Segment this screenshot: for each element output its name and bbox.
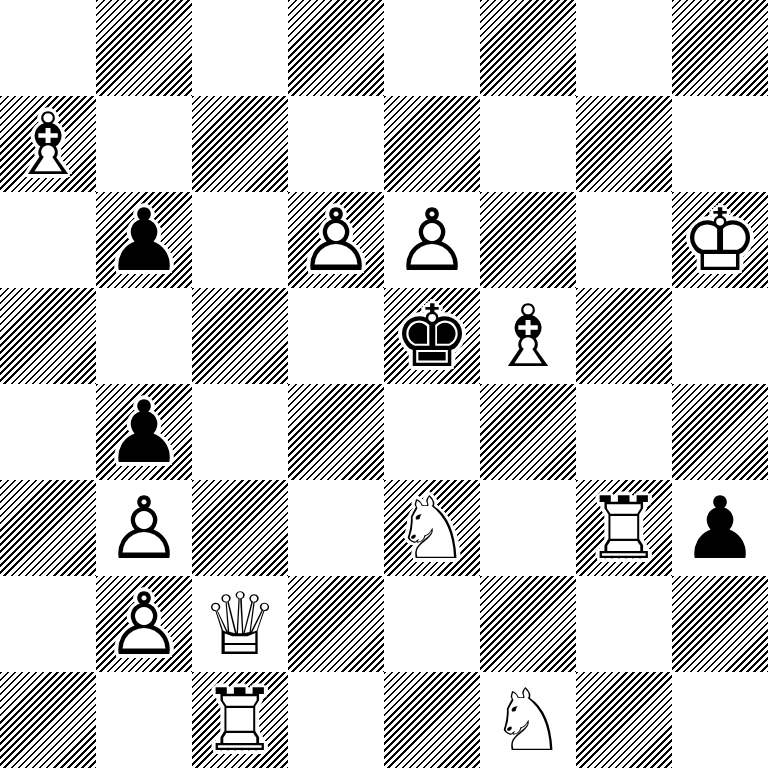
chess-board: ♝♗♟♟♟♙♟♙♚♔♚♚♝♗♟♟♟♙♞♘♜♖♟♟♟♙♛♕♜♖♞♘ <box>0 0 768 768</box>
black-pawn: ♟♟ <box>672 480 768 576</box>
piece-glyph: ♘ <box>489 677 566 763</box>
square-a3[interactable] <box>0 480 96 576</box>
piece-glyph: ♟ <box>105 197 182 283</box>
square-a5[interactable] <box>0 288 96 384</box>
square-c7[interactable] <box>192 96 288 192</box>
piece-glyph: ♙ <box>105 581 182 667</box>
square-e6[interactable]: ♟♙ <box>384 192 480 288</box>
square-d3[interactable] <box>288 480 384 576</box>
square-g6[interactable] <box>576 192 672 288</box>
square-g7[interactable] <box>576 96 672 192</box>
square-e7[interactable] <box>384 96 480 192</box>
white-pawn: ♟♙ <box>288 192 384 288</box>
square-b5[interactable] <box>96 288 192 384</box>
square-b6[interactable]: ♟♟ <box>96 192 192 288</box>
square-g3[interactable]: ♜♖ <box>576 480 672 576</box>
piece-glyph: ♕ <box>201 581 278 667</box>
piece-glyph: ♚ <box>393 293 470 379</box>
square-g1[interactable] <box>576 672 672 768</box>
square-a4[interactable] <box>0 384 96 480</box>
white-pawn: ♟♙ <box>384 192 480 288</box>
square-c4[interactable] <box>192 384 288 480</box>
square-f3[interactable] <box>480 480 576 576</box>
square-b8[interactable] <box>96 0 192 96</box>
square-f4[interactable] <box>480 384 576 480</box>
square-f8[interactable] <box>480 0 576 96</box>
piece-glyph: ♙ <box>297 197 374 283</box>
square-c5[interactable] <box>192 288 288 384</box>
square-c1[interactable]: ♜♖ <box>192 672 288 768</box>
square-h3[interactable]: ♟♟ <box>672 480 768 576</box>
white-bishop: ♝♗ <box>480 288 576 384</box>
square-c8[interactable] <box>192 0 288 96</box>
square-c3[interactable] <box>192 480 288 576</box>
square-b4[interactable]: ♟♟ <box>96 384 192 480</box>
square-a8[interactable] <box>0 0 96 96</box>
square-d4[interactable] <box>288 384 384 480</box>
white-rook: ♜♖ <box>192 672 288 768</box>
square-g8[interactable] <box>576 0 672 96</box>
square-h7[interactable] <box>672 96 768 192</box>
square-g2[interactable] <box>576 576 672 672</box>
square-f1[interactable]: ♞♘ <box>480 672 576 768</box>
white-rook: ♜♖ <box>576 480 672 576</box>
square-h5[interactable] <box>672 288 768 384</box>
black-king: ♚♚ <box>384 288 480 384</box>
white-knight: ♞♘ <box>480 672 576 768</box>
square-b1[interactable] <box>96 672 192 768</box>
piece-glyph: ♔ <box>681 197 758 283</box>
square-e2[interactable] <box>384 576 480 672</box>
square-g4[interactable] <box>576 384 672 480</box>
square-d8[interactable] <box>288 0 384 96</box>
square-a6[interactable] <box>0 192 96 288</box>
square-d7[interactable] <box>288 96 384 192</box>
square-f6[interactable] <box>480 192 576 288</box>
square-e5[interactable]: ♚♚ <box>384 288 480 384</box>
piece-glyph: ♖ <box>585 485 662 571</box>
square-a7[interactable]: ♝♗ <box>0 96 96 192</box>
white-pawn: ♟♙ <box>96 576 192 672</box>
white-bishop: ♝♗ <box>0 96 96 192</box>
piece-glyph: ♙ <box>393 197 470 283</box>
piece-glyph: ♖ <box>201 677 278 763</box>
square-e3[interactable]: ♞♘ <box>384 480 480 576</box>
square-d5[interactable] <box>288 288 384 384</box>
white-knight: ♞♘ <box>384 480 480 576</box>
square-a1[interactable] <box>0 672 96 768</box>
white-king: ♚♔ <box>672 192 768 288</box>
square-h4[interactable] <box>672 384 768 480</box>
piece-glyph: ♟ <box>681 485 758 571</box>
square-b7[interactable] <box>96 96 192 192</box>
square-c2[interactable]: ♛♕ <box>192 576 288 672</box>
square-e4[interactable] <box>384 384 480 480</box>
square-c6[interactable] <box>192 192 288 288</box>
piece-glyph: ♗ <box>489 293 566 379</box>
square-d1[interactable] <box>288 672 384 768</box>
square-h1[interactable] <box>672 672 768 768</box>
square-a2[interactable] <box>0 576 96 672</box>
piece-glyph: ♟ <box>105 389 182 475</box>
square-g5[interactable] <box>576 288 672 384</box>
square-b3[interactable]: ♟♙ <box>96 480 192 576</box>
square-h2[interactable] <box>672 576 768 672</box>
piece-glyph: ♗ <box>9 101 86 187</box>
square-d6[interactable]: ♟♙ <box>288 192 384 288</box>
square-b2[interactable]: ♟♙ <box>96 576 192 672</box>
square-d2[interactable] <box>288 576 384 672</box>
piece-glyph: ♙ <box>105 485 182 571</box>
square-f2[interactable] <box>480 576 576 672</box>
square-f5[interactable]: ♝♗ <box>480 288 576 384</box>
square-f7[interactable] <box>480 96 576 192</box>
square-e1[interactable] <box>384 672 480 768</box>
white-pawn: ♟♙ <box>96 480 192 576</box>
square-h8[interactable] <box>672 0 768 96</box>
black-pawn: ♟♟ <box>96 384 192 480</box>
black-pawn: ♟♟ <box>96 192 192 288</box>
square-e8[interactable] <box>384 0 480 96</box>
white-queen: ♛♕ <box>192 576 288 672</box>
piece-glyph: ♘ <box>393 485 470 571</box>
square-h6[interactable]: ♚♔ <box>672 192 768 288</box>
